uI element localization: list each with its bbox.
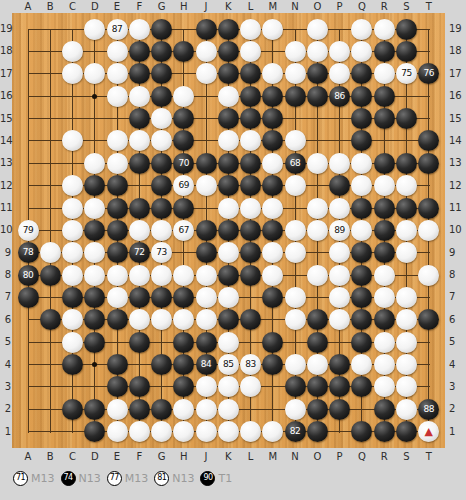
column-label-D: D xyxy=(88,451,102,462)
move-number-80: 80 xyxy=(23,271,33,280)
stone-white-C11[interactable] xyxy=(62,198,83,219)
stone-white-S7[interactable] xyxy=(396,287,417,308)
column-label-B: B xyxy=(43,451,57,462)
stone-black-R13[interactable] xyxy=(374,153,395,174)
row-label-right-5: 5 xyxy=(449,336,463,347)
stone-black-F9[interactable]: 72 xyxy=(129,242,150,263)
stone-black-K12[interactable] xyxy=(218,175,239,196)
stone-black-A9[interactable]: 78 xyxy=(18,242,39,263)
stone-black-O16[interactable] xyxy=(307,86,328,107)
stone-black-F17[interactable] xyxy=(129,63,150,84)
stone-white-P13[interactable] xyxy=(329,153,350,174)
row-label-right-17: 17 xyxy=(449,68,463,79)
stone-white-J18[interactable] xyxy=(196,41,217,62)
stone-black-F13[interactable] xyxy=(129,153,150,174)
stone-black-C7[interactable] xyxy=(62,287,83,308)
stone-black-H5[interactable] xyxy=(173,332,194,353)
stone-white-O18[interactable] xyxy=(307,41,328,62)
stone-white-D11[interactable] xyxy=(84,198,105,219)
stone-white-S10[interactable] xyxy=(396,220,417,241)
stone-white-S5[interactable] xyxy=(396,332,417,353)
stone-black-L16[interactable] xyxy=(240,86,261,107)
stone-black-O17[interactable] xyxy=(307,63,328,84)
stone-black-F15[interactable] xyxy=(129,108,150,129)
stone-white-C12[interactable] xyxy=(62,175,83,196)
row-label-left-13: 13 xyxy=(0,157,11,168)
stone-white-L19[interactable] xyxy=(240,19,261,40)
row-label-left-14: 14 xyxy=(0,135,11,146)
stone-black-G18[interactable] xyxy=(151,41,172,62)
stone-black-G19[interactable] xyxy=(151,19,172,40)
row-label-right-9: 9 xyxy=(449,247,463,258)
row-label-left-18: 18 xyxy=(0,45,11,56)
stone-black-Q11[interactable] xyxy=(351,198,372,219)
stone-white-M11[interactable] xyxy=(262,198,283,219)
column-label-O: O xyxy=(310,451,324,462)
stone-black-K10[interactable] xyxy=(218,220,239,241)
stone-white-T8[interactable] xyxy=(418,265,439,286)
column-label-L: L xyxy=(244,1,258,12)
row-label-left-17: 17 xyxy=(0,68,11,79)
stone-white-S4[interactable] xyxy=(396,354,417,375)
stone-white-K9[interactable] xyxy=(218,242,239,263)
stone-black-D2[interactable] xyxy=(84,399,105,420)
stone-black-J5[interactable] xyxy=(196,332,217,353)
stone-black-R15[interactable] xyxy=(374,108,395,129)
stone-white-E16[interactable] xyxy=(107,86,128,107)
row-label-right-18: 18 xyxy=(449,45,463,56)
column-label-T: T xyxy=(422,1,436,12)
stone-white-N9[interactable] xyxy=(285,242,306,263)
stone-black-E12[interactable] xyxy=(107,175,128,196)
stone-white-S9[interactable] xyxy=(396,242,417,263)
stone-black-L8[interactable] xyxy=(240,265,261,286)
stone-black-S13[interactable] xyxy=(396,153,417,174)
stone-black-N13[interactable]: 68 xyxy=(285,153,306,174)
column-label-K: K xyxy=(221,451,235,462)
stone-white-O11[interactable] xyxy=(307,198,328,219)
move-number-84: 84 xyxy=(201,360,211,369)
stone-white-G10[interactable] xyxy=(151,220,172,241)
stone-black-N16[interactable] xyxy=(285,86,306,107)
stone-black-G11[interactable] xyxy=(151,198,172,219)
row-label-left-2: 2 xyxy=(0,403,11,414)
stone-white-H16[interactable] xyxy=(173,86,194,107)
stone-white-S2[interactable] xyxy=(396,399,417,420)
stone-black-M16[interactable] xyxy=(262,86,283,107)
stone-black-F5[interactable] xyxy=(129,332,150,353)
stone-white-N6[interactable] xyxy=(285,309,306,330)
column-label-R: R xyxy=(377,451,391,462)
stone-black-K17[interactable] xyxy=(218,63,239,84)
row-label-right-4: 4 xyxy=(449,359,463,370)
stone-white-K2[interactable] xyxy=(218,399,239,420)
stone-white-G8[interactable] xyxy=(151,265,172,286)
column-label-Q: Q xyxy=(355,1,369,12)
move-number-85: 85 xyxy=(223,360,233,369)
stone-black-K18[interactable] xyxy=(218,41,239,62)
stone-white-D19[interactable] xyxy=(84,19,105,40)
stone-black-J19[interactable] xyxy=(196,19,217,40)
stone-white-F10[interactable] xyxy=(129,220,150,241)
stone-white-K11[interactable] xyxy=(218,198,239,219)
column-label-B: B xyxy=(43,1,57,12)
stone-white-P18[interactable] xyxy=(329,41,350,62)
row-label-right-1: 1 xyxy=(449,426,463,437)
move-number-83: 83 xyxy=(245,360,255,369)
stone-white-E18[interactable] xyxy=(107,41,128,62)
caption-coord-N13: N13 xyxy=(172,472,194,485)
row-label-left-5: 5 xyxy=(0,336,11,347)
stone-black-E4[interactable] xyxy=(107,354,128,375)
stone-black-T2[interactable]: 88 xyxy=(418,399,439,420)
stone-black-O2[interactable] xyxy=(307,399,328,420)
row-label-right-6: 6 xyxy=(449,314,463,325)
stone-black-H13[interactable]: 70 xyxy=(173,153,194,174)
column-label-G: G xyxy=(155,451,169,462)
stone-black-Q16[interactable] xyxy=(351,86,372,107)
stone-black-T11[interactable] xyxy=(418,198,439,219)
stone-white-F1[interactable] xyxy=(129,421,150,442)
stone-white-O10[interactable] xyxy=(307,220,328,241)
stone-white-R4[interactable] xyxy=(374,354,395,375)
stone-black-S15[interactable] xyxy=(396,108,417,129)
stone-black-M5[interactable] xyxy=(262,332,283,353)
caption-stone-81: 81 xyxy=(154,471,169,486)
stone-black-K6[interactable] xyxy=(218,309,239,330)
stone-white-E17[interactable] xyxy=(107,63,128,84)
row-label-right-15: 15 xyxy=(449,113,463,124)
stone-white-K5[interactable] xyxy=(218,332,239,353)
caption-coord-T1: T1 xyxy=(218,472,232,485)
stone-black-B6[interactable] xyxy=(40,309,61,330)
stone-white-F8[interactable] xyxy=(129,265,150,286)
stone-white-T10[interactable] xyxy=(418,220,439,241)
stone-black-K19[interactable] xyxy=(218,19,239,40)
column-label-E: E xyxy=(110,451,124,462)
stone-black-J13[interactable] xyxy=(196,153,217,174)
stone-black-J9[interactable] xyxy=(196,242,217,263)
column-label-P: P xyxy=(333,1,347,12)
column-label-G: G xyxy=(155,1,169,12)
move-number-79: 79 xyxy=(23,226,33,235)
stone-white-J2[interactable] xyxy=(196,399,217,420)
row-label-left-16: 16 xyxy=(0,90,11,101)
stone-black-R2[interactable] xyxy=(374,399,395,420)
row-label-left-11: 11 xyxy=(0,202,11,213)
column-label-P: P xyxy=(333,451,347,462)
stone-black-E9[interactable] xyxy=(107,242,128,263)
stone-white-P10[interactable]: 89 xyxy=(329,220,350,241)
star-point xyxy=(92,94,97,99)
column-label-M: M xyxy=(266,451,280,462)
stone-white-C8[interactable] xyxy=(62,265,83,286)
row-label-left-1: 1 xyxy=(0,426,11,437)
stone-white-K4[interactable]: 85 xyxy=(218,354,239,375)
stone-black-H11[interactable] xyxy=(173,198,194,219)
stone-black-S18[interactable] xyxy=(396,41,417,62)
stone-black-F18[interactable] xyxy=(129,41,150,62)
stone-white-E8[interactable] xyxy=(107,265,128,286)
stone-white-E2[interactable] xyxy=(107,399,128,420)
move-number-69: 69 xyxy=(179,181,189,190)
column-label-T: T xyxy=(422,451,436,462)
stone-white-B9[interactable] xyxy=(40,242,61,263)
row-label-left-6: 6 xyxy=(0,314,11,325)
stone-white-F6[interactable] xyxy=(129,309,150,330)
stone-white-P11[interactable] xyxy=(329,198,350,219)
stone-white-E14[interactable] xyxy=(107,130,128,151)
stone-white-N18[interactable] xyxy=(285,41,306,62)
move-number-72: 72 xyxy=(134,248,144,257)
stone-white-R7[interactable] xyxy=(374,287,395,308)
caption-coord-M13: M13 xyxy=(125,472,149,485)
stone-white-K7[interactable] xyxy=(218,287,239,308)
move-number-75: 75 xyxy=(401,69,411,78)
stone-black-T13[interactable] xyxy=(418,153,439,174)
stone-black-A7[interactable] xyxy=(18,287,39,308)
stone-black-C4[interactable] xyxy=(62,354,83,375)
column-label-D: D xyxy=(88,1,102,12)
stone-white-M13[interactable] xyxy=(262,153,283,174)
stone-black-D5[interactable] xyxy=(84,332,105,353)
stone-black-S19[interactable] xyxy=(396,19,417,40)
stone-white-A10[interactable]: 79 xyxy=(18,220,39,241)
stone-black-B8[interactable] xyxy=(40,265,61,286)
stone-black-N1[interactable]: 82 xyxy=(285,421,306,442)
row-label-right-10: 10 xyxy=(449,224,463,235)
stone-white-R19[interactable] xyxy=(374,19,395,40)
row-label-left-8: 8 xyxy=(0,269,11,280)
move-number-78: 78 xyxy=(23,248,33,257)
row-label-left-7: 7 xyxy=(0,291,11,302)
stone-white-J1[interactable] xyxy=(196,421,217,442)
go-kifu-diagram: ABCDEFGHJKLMNOPQRST ABCDEFGHJKLMNOPQRST … xyxy=(0,0,466,500)
stone-white-R5[interactable] xyxy=(374,332,395,353)
row-label-right-8: 8 xyxy=(449,269,463,280)
caption-stone-77: 77 xyxy=(107,471,122,486)
row-label-right-7: 7 xyxy=(449,291,463,302)
row-label-right-12: 12 xyxy=(449,180,463,191)
stone-white-D13[interactable] xyxy=(84,153,105,174)
stone-white-G15[interactable] xyxy=(151,108,172,129)
stone-white-R8[interactable] xyxy=(374,265,395,286)
caption-stone-71: 71 xyxy=(13,471,28,486)
column-label-N: N xyxy=(288,1,302,12)
stone-black-L13[interactable] xyxy=(240,153,261,174)
move-number-82: 82 xyxy=(290,427,300,436)
stone-white-R3[interactable] xyxy=(374,376,395,397)
stone-black-Q5[interactable] xyxy=(351,332,372,353)
row-label-left-4: 4 xyxy=(0,359,11,370)
column-label-K: K xyxy=(221,1,235,12)
stone-black-E10[interactable] xyxy=(107,220,128,241)
row-label-right-3: 3 xyxy=(449,381,463,392)
caption-stone-74: 74 xyxy=(61,471,76,486)
stone-white-C10[interactable] xyxy=(62,220,83,241)
column-label-Q: Q xyxy=(355,451,369,462)
column-label-O: O xyxy=(310,1,324,12)
stone-white-H10[interactable]: 67 xyxy=(173,220,194,241)
stone-white-O4[interactable] xyxy=(307,354,328,375)
stone-white-E19[interactable]: 87 xyxy=(107,19,128,40)
stone-white-O19[interactable] xyxy=(307,19,328,40)
column-label-S: S xyxy=(399,1,413,12)
column-label-F: F xyxy=(132,451,146,462)
stone-white-P7[interactable] xyxy=(329,287,350,308)
stone-black-O1[interactable] xyxy=(307,421,328,442)
stone-black-L10[interactable] xyxy=(240,220,261,241)
stone-white-J6[interactable] xyxy=(196,309,217,330)
triangle-marker: ▲ xyxy=(424,426,432,437)
stone-white-J8[interactable] xyxy=(196,265,217,286)
move-number-70: 70 xyxy=(179,159,189,168)
column-label-N: N xyxy=(288,451,302,462)
stone-black-J10[interactable] xyxy=(196,220,217,241)
stone-white-M19[interactable] xyxy=(262,19,283,40)
stone-black-S11[interactable] xyxy=(396,198,417,219)
stone-white-N2[interactable] xyxy=(285,399,306,420)
stone-black-E11[interactable] xyxy=(107,198,128,219)
stone-black-F7[interactable] xyxy=(129,287,150,308)
stone-white-Q13[interactable] xyxy=(351,153,372,174)
stone-white-N4[interactable] xyxy=(285,354,306,375)
stone-white-N17[interactable] xyxy=(285,63,306,84)
stone-white-M8[interactable] xyxy=(262,265,283,286)
move-number-89: 89 xyxy=(334,226,344,235)
move-number-73: 73 xyxy=(156,248,166,257)
stone-black-K8[interactable] xyxy=(218,265,239,286)
stone-black-J4[interactable]: 84 xyxy=(196,354,217,375)
row-label-right-14: 14 xyxy=(449,135,463,146)
stone-white-R12[interactable] xyxy=(374,175,395,196)
stone-white-J12[interactable] xyxy=(196,175,217,196)
column-label-C: C xyxy=(66,451,80,462)
stone-black-K15[interactable] xyxy=(218,108,239,129)
stone-black-E3[interactable] xyxy=(107,376,128,397)
move-number-86: 86 xyxy=(334,92,344,101)
stone-black-Q8[interactable] xyxy=(351,265,372,286)
stone-white-L18[interactable] xyxy=(240,41,261,62)
column-label-L: L xyxy=(244,451,258,462)
move-number-67: 67 xyxy=(179,226,189,235)
stone-white-J7[interactable] xyxy=(196,287,217,308)
column-label-S: S xyxy=(399,451,413,462)
stone-white-K1[interactable] xyxy=(218,421,239,442)
stone-white-H8[interactable] xyxy=(173,265,194,286)
stone-black-R18[interactable] xyxy=(374,41,395,62)
row-label-right-16: 16 xyxy=(449,90,463,101)
stone-black-R1[interactable] xyxy=(374,421,395,442)
caption-stone-90: 90 xyxy=(200,471,215,486)
grid-line-vertical xyxy=(50,29,51,433)
stone-white-C18[interactable] xyxy=(62,41,83,62)
stone-white-N12[interactable] xyxy=(285,175,306,196)
row-label-right-11: 11 xyxy=(449,202,463,213)
stone-black-P2[interactable] xyxy=(329,399,350,420)
row-label-left-12: 12 xyxy=(0,180,11,191)
stone-white-S12[interactable] xyxy=(396,175,417,196)
stone-black-R16[interactable] xyxy=(374,86,395,107)
stone-black-C2[interactable] xyxy=(62,399,83,420)
stone-black-D10[interactable] xyxy=(84,220,105,241)
stone-white-K16[interactable] xyxy=(218,86,239,107)
stone-black-A8[interactable]: 80 xyxy=(18,265,39,286)
stone-black-G13[interactable] xyxy=(151,153,172,174)
stone-black-R11[interactable] xyxy=(374,198,395,219)
stone-white-H2[interactable] xyxy=(173,399,194,420)
column-label-A: A xyxy=(21,1,35,12)
stone-black-S1[interactable] xyxy=(396,421,417,442)
stone-white-N14[interactable] xyxy=(285,130,306,151)
stone-white-O8[interactable] xyxy=(307,265,328,286)
stone-white-J3[interactable] xyxy=(196,376,217,397)
stone-white-E7[interactable] xyxy=(107,287,128,308)
stone-white-J17[interactable] xyxy=(196,63,217,84)
stone-black-K13[interactable] xyxy=(218,153,239,174)
stone-white-F16[interactable] xyxy=(129,86,150,107)
stone-black-N3[interactable] xyxy=(285,376,306,397)
caption-coord-N13: N13 xyxy=(79,472,101,485)
column-label-E: E xyxy=(110,1,124,12)
stone-black-R6[interactable] xyxy=(374,309,395,330)
column-label-J: J xyxy=(199,451,213,462)
stone-white-S17[interactable]: 75 xyxy=(396,63,417,84)
row-label-left-3: 3 xyxy=(0,381,11,392)
row-label-right-2: 2 xyxy=(449,403,463,414)
stone-white-O13[interactable] xyxy=(307,153,328,174)
row-label-right-13: 13 xyxy=(449,157,463,168)
stone-white-E13[interactable] xyxy=(107,153,128,174)
stone-black-L15[interactable] xyxy=(240,108,261,129)
stone-white-L11[interactable] xyxy=(240,198,261,219)
move-number-76: 76 xyxy=(423,69,433,78)
stone-black-P16[interactable]: 86 xyxy=(329,86,350,107)
stone-black-G2[interactable] xyxy=(151,399,172,420)
stone-white-R17[interactable] xyxy=(374,63,395,84)
stone-black-O5[interactable] xyxy=(307,332,328,353)
move-number-68: 68 xyxy=(290,159,300,168)
move-annotation-caption: 71M1374N1377M1381N1390T1 xyxy=(13,467,238,489)
stone-white-E1[interactable] xyxy=(107,421,128,442)
column-label-J: J xyxy=(199,1,213,12)
column-label-H: H xyxy=(177,1,191,12)
stone-white-Q19[interactable] xyxy=(351,19,372,40)
stone-white-P8[interactable] xyxy=(329,265,350,286)
stone-black-G7[interactable] xyxy=(151,287,172,308)
stone-white-D8[interactable] xyxy=(84,265,105,286)
stone-black-F11[interactable] xyxy=(129,198,150,219)
row-label-left-15: 15 xyxy=(0,113,11,124)
stone-black-E6[interactable] xyxy=(107,309,128,330)
stone-black-R9[interactable] xyxy=(374,242,395,263)
stone-black-F2[interactable] xyxy=(129,399,150,420)
column-label-H: H xyxy=(177,451,191,462)
move-number-88: 88 xyxy=(423,405,433,414)
column-label-A: A xyxy=(21,451,35,462)
row-label-left-19: 19 xyxy=(0,23,11,34)
stone-white-N10[interactable] xyxy=(285,220,306,241)
column-label-R: R xyxy=(377,1,391,12)
stone-black-G16[interactable] xyxy=(151,86,172,107)
stone-white-C5[interactable] xyxy=(62,332,83,353)
move-number-87: 87 xyxy=(112,25,122,34)
stone-white-F19[interactable] xyxy=(129,19,150,40)
row-label-left-10: 10 xyxy=(0,224,11,235)
stone-white-N7[interactable] xyxy=(285,287,306,308)
stone-black-R10[interactable] xyxy=(374,220,395,241)
column-label-C: C xyxy=(66,1,80,12)
